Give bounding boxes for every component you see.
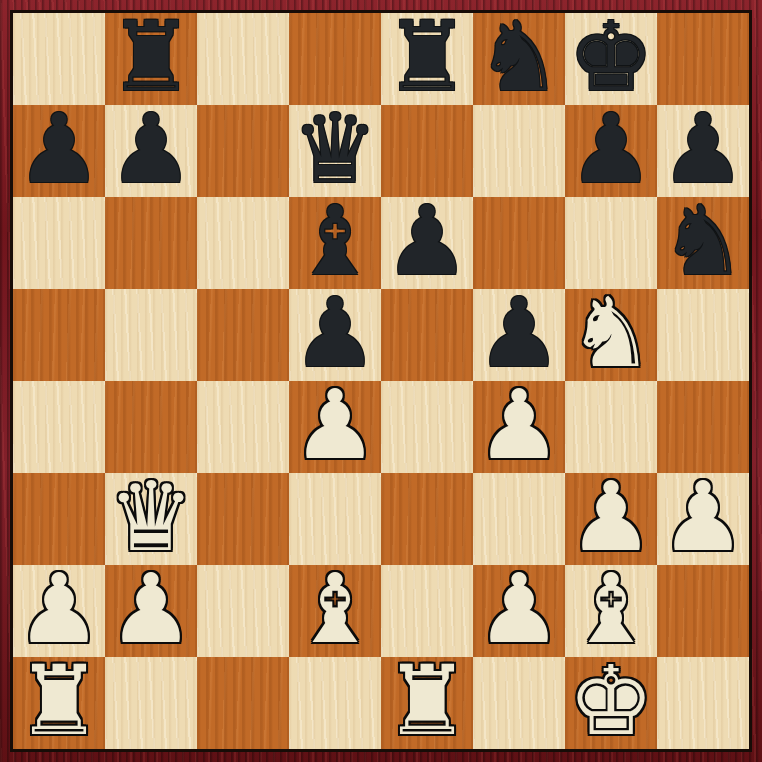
square-a7[interactable]: ♟ <box>13 105 105 197</box>
square-e2[interactable] <box>381 565 473 657</box>
square-c1[interactable] <box>197 657 289 749</box>
square-f8[interactable]: ♞ <box>473 13 565 105</box>
square-b5[interactable] <box>105 289 197 381</box>
piece-black-pawn-a7[interactable]: ♟ <box>16 103 102 195</box>
square-g4[interactable] <box>565 381 657 473</box>
piece-white-bishop-g2[interactable]: ♝ <box>568 563 654 655</box>
square-b6[interactable] <box>105 197 197 289</box>
square-d6[interactable]: ♝ <box>289 197 381 289</box>
piece-white-knight-g5[interactable]: ♞ <box>568 287 654 379</box>
square-f1[interactable] <box>473 657 565 749</box>
square-g7[interactable]: ♟ <box>565 105 657 197</box>
piece-black-king-g8[interactable]: ♚ <box>568 11 654 103</box>
piece-black-pawn-e6[interactable]: ♟ <box>384 195 470 287</box>
square-g1[interactable]: ♚ <box>565 657 657 749</box>
piece-white-queen-b3[interactable]: ♛ <box>108 471 194 563</box>
square-g3[interactable]: ♟ <box>565 473 657 565</box>
piece-white-rook-a1[interactable]: ♜ <box>16 655 102 747</box>
square-a4[interactable] <box>13 381 105 473</box>
square-f5[interactable]: ♟ <box>473 289 565 381</box>
square-d7[interactable]: ♛ <box>289 105 381 197</box>
square-c5[interactable] <box>197 289 289 381</box>
square-a6[interactable] <box>13 197 105 289</box>
piece-black-pawn-f5[interactable]: ♟ <box>476 287 562 379</box>
piece-white-pawn-f4[interactable]: ♟ <box>476 379 562 471</box>
square-h7[interactable]: ♟ <box>657 105 749 197</box>
square-h1[interactable] <box>657 657 749 749</box>
square-c3[interactable] <box>197 473 289 565</box>
square-b4[interactable] <box>105 381 197 473</box>
square-c6[interactable] <box>197 197 289 289</box>
square-h6[interactable]: ♞ <box>657 197 749 289</box>
square-b7[interactable]: ♟ <box>105 105 197 197</box>
piece-white-pawn-a2[interactable]: ♟ <box>16 563 102 655</box>
square-e3[interactable] <box>381 473 473 565</box>
square-g5[interactable]: ♞ <box>565 289 657 381</box>
square-a5[interactable] <box>13 289 105 381</box>
square-f2[interactable]: ♟ <box>473 565 565 657</box>
piece-black-bishop-d6[interactable]: ♝ <box>292 195 378 287</box>
piece-white-pawn-g3[interactable]: ♟ <box>568 471 654 563</box>
square-d4[interactable]: ♟ <box>289 381 381 473</box>
piece-black-pawn-h7[interactable]: ♟ <box>660 103 746 195</box>
piece-white-pawn-b2[interactable]: ♟ <box>108 563 194 655</box>
board-frame: ♜♜♞♚♟♟♛♟♟♝♟♞♟♟♞♟♟♛♟♟♟♟♝♟♝♜♜♚ <box>0 0 762 762</box>
square-e8[interactable]: ♜ <box>381 13 473 105</box>
square-d3[interactable] <box>289 473 381 565</box>
square-d1[interactable] <box>289 657 381 749</box>
square-h4[interactable] <box>657 381 749 473</box>
square-a3[interactable] <box>13 473 105 565</box>
piece-white-rook-e1[interactable]: ♜ <box>384 655 470 747</box>
piece-black-rook-b8[interactable]: ♜ <box>108 11 194 103</box>
square-e4[interactable] <box>381 381 473 473</box>
square-g2[interactable]: ♝ <box>565 565 657 657</box>
piece-white-pawn-h3[interactable]: ♟ <box>660 471 746 563</box>
square-c2[interactable] <box>197 565 289 657</box>
piece-white-bishop-d2[interactable]: ♝ <box>292 563 378 655</box>
piece-white-pawn-d4[interactable]: ♟ <box>292 379 378 471</box>
square-a1[interactable]: ♜ <box>13 657 105 749</box>
square-b8[interactable]: ♜ <box>105 13 197 105</box>
piece-black-knight-f8[interactable]: ♞ <box>476 11 562 103</box>
square-c4[interactable] <box>197 381 289 473</box>
piece-white-pawn-f2[interactable]: ♟ <box>476 563 562 655</box>
square-h2[interactable] <box>657 565 749 657</box>
square-g8[interactable]: ♚ <box>565 13 657 105</box>
piece-black-knight-h6[interactable]: ♞ <box>660 195 746 287</box>
square-d2[interactable]: ♝ <box>289 565 381 657</box>
square-e5[interactable] <box>381 289 473 381</box>
square-e7[interactable] <box>381 105 473 197</box>
square-e6[interactable]: ♟ <box>381 197 473 289</box>
square-a2[interactable]: ♟ <box>13 565 105 657</box>
square-f7[interactable] <box>473 105 565 197</box>
piece-black-pawn-g7[interactable]: ♟ <box>568 103 654 195</box>
piece-black-rook-e8[interactable]: ♜ <box>384 11 470 103</box>
square-f4[interactable]: ♟ <box>473 381 565 473</box>
square-a8[interactable] <box>13 13 105 105</box>
square-h3[interactable]: ♟ <box>657 473 749 565</box>
square-f3[interactable] <box>473 473 565 565</box>
square-c7[interactable] <box>197 105 289 197</box>
piece-white-king-g1[interactable]: ♚ <box>568 655 654 747</box>
square-b3[interactable]: ♛ <box>105 473 197 565</box>
square-b1[interactable] <box>105 657 197 749</box>
square-c8[interactable] <box>197 13 289 105</box>
square-d5[interactable]: ♟ <box>289 289 381 381</box>
square-d8[interactable] <box>289 13 381 105</box>
piece-black-pawn-b7[interactable]: ♟ <box>108 103 194 195</box>
chess-board: ♜♜♞♚♟♟♛♟♟♝♟♞♟♟♞♟♟♛♟♟♟♟♝♟♝♜♜♚ <box>10 10 752 752</box>
square-e1[interactable]: ♜ <box>381 657 473 749</box>
square-h8[interactable] <box>657 13 749 105</box>
square-g6[interactable] <box>565 197 657 289</box>
square-b2[interactable]: ♟ <box>105 565 197 657</box>
chess-diagram: ♜♜♞♚♟♟♛♟♟♝♟♞♟♟♞♟♟♛♟♟♟♟♝♟♝♜♜♚ <box>0 0 762 762</box>
piece-black-queen-d7[interactable]: ♛ <box>292 103 378 195</box>
piece-black-pawn-d5[interactable]: ♟ <box>292 287 378 379</box>
square-h5[interactable] <box>657 289 749 381</box>
square-f6[interactable] <box>473 197 565 289</box>
